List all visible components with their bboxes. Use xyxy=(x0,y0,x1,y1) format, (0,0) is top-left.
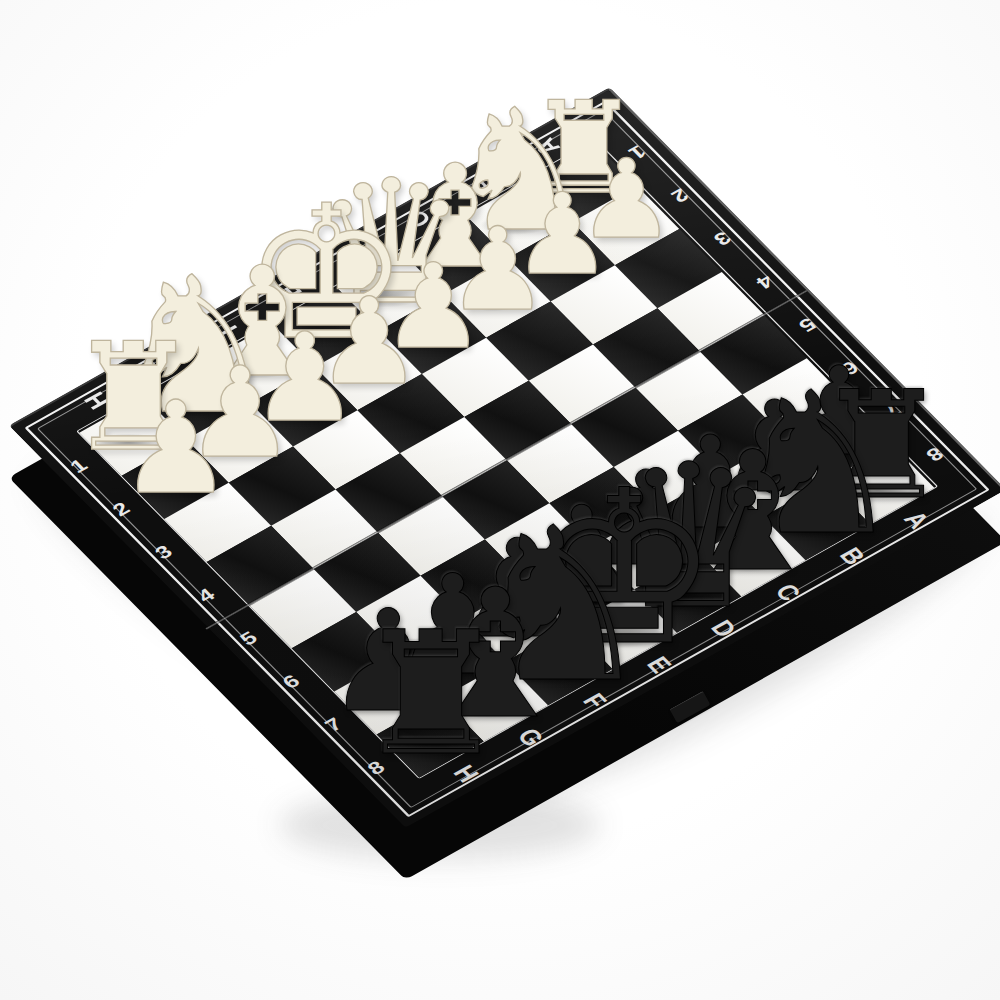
rank-label-a-side-4: 4 xyxy=(741,264,787,298)
playing-area xyxy=(79,143,934,778)
rank-label-a-side-7: 7 xyxy=(869,394,915,428)
rank-label-a-side-6: 6 xyxy=(826,351,872,385)
rank-label-h-side-8: 8 xyxy=(353,751,399,785)
rank-label-a-side-3: 3 xyxy=(699,221,745,255)
rank-label-a-side-8: 8 xyxy=(911,437,957,471)
product-photo-scene: AA11BB22CC33DD44EE55FF66GG77HH88 ♜♞♝♛♚♞♝… xyxy=(0,0,1000,1000)
rank-label-h-side-2: 2 xyxy=(98,492,144,526)
rank-label-h-side-1: 1 xyxy=(56,449,102,483)
rank-label-a-side-2: 2 xyxy=(656,178,702,212)
chess-board: AA11BB22CC33DD44EE55FF66GG77HH88 xyxy=(9,87,1000,828)
rank-label-h-side-7: 7 xyxy=(311,708,357,742)
rank-label-h-side-4: 4 xyxy=(183,578,229,612)
rank-label-a-side-5: 5 xyxy=(784,307,830,341)
rank-label-h-side-6: 6 xyxy=(268,665,314,699)
rank-label-h-side-3: 3 xyxy=(141,535,187,569)
rank-label-h-side-5: 5 xyxy=(226,622,272,656)
rank-label-a-side-1: 1 xyxy=(614,135,660,169)
